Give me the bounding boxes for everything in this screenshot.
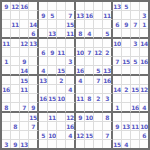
cell-r3c10-empty[interactable] bbox=[94, 29, 103, 39]
cell-r8c5-empty[interactable] bbox=[48, 76, 57, 85]
cell-r2c2-empty[interactable] bbox=[20, 20, 29, 29]
cell-r0c4-empty[interactable] bbox=[39, 2, 48, 11]
cell-r3c6-empty[interactable] bbox=[57, 29, 66, 39]
cell-r12c6-empty[interactable] bbox=[57, 113, 66, 122]
cell-r7c5-empty[interactable] bbox=[48, 66, 57, 76]
cell-r10c3-empty[interactable] bbox=[29, 94, 39, 103]
cell-r2c13-given[interactable]: 9 bbox=[122, 20, 131, 29]
cell-r14c13-empty[interactable] bbox=[122, 131, 131, 140]
cell-r3c7-given[interactable]: 11 bbox=[66, 29, 76, 39]
cell-r6c12-given[interactable]: 7 bbox=[113, 57, 122, 66]
cell-r12c11-given[interactable]: 8 bbox=[103, 113, 113, 122]
cell-r9c1-empty[interactable] bbox=[11, 85, 20, 94]
cell-r5c3-empty[interactable] bbox=[29, 48, 39, 57]
cell-r0c5-empty[interactable] bbox=[48, 2, 57, 11]
cell-r3c1-empty[interactable] bbox=[11, 29, 20, 39]
cell-r15c3-empty[interactable] bbox=[29, 140, 39, 148]
cell-r12c9-given[interactable]: 10 bbox=[85, 113, 94, 122]
cell-r0c2-given[interactable]: 16 bbox=[20, 2, 29, 11]
cell-r15c13-given[interactable]: 4 bbox=[122, 140, 131, 148]
cell-r14c14-empty[interactable] bbox=[131, 131, 140, 140]
cell-r9c15-given[interactable]: 12 bbox=[140, 85, 148, 94]
cell-r1c2-empty[interactable] bbox=[20, 11, 29, 20]
cell-r6c1-empty[interactable] bbox=[11, 57, 20, 66]
cell-r12c1-empty[interactable] bbox=[11, 113, 20, 122]
cell-r6c3-empty[interactable] bbox=[29, 57, 39, 66]
cell-r6c11-empty[interactable] bbox=[103, 57, 113, 66]
cell-r12c0-empty[interactable] bbox=[2, 113, 11, 122]
cell-r11c0-given[interactable]: 8 bbox=[2, 103, 11, 113]
cell-r1c15-given[interactable]: 3 bbox=[140, 11, 148, 20]
cell-r9c13-given[interactable]: 2 bbox=[122, 85, 131, 94]
cell-r10c2-empty[interactable] bbox=[20, 94, 29, 103]
cell-r0c0-given[interactable]: 9 bbox=[2, 2, 11, 11]
cell-r1c7-given[interactable]: 7 bbox=[66, 11, 76, 20]
cell-r4c6-empty[interactable] bbox=[57, 39, 66, 48]
cell-r8c3-empty[interactable] bbox=[29, 76, 39, 85]
cell-r4c10-empty[interactable] bbox=[94, 39, 103, 48]
cell-r15c2-given[interactable]: 13 bbox=[20, 140, 29, 148]
cell-r4c1-empty[interactable] bbox=[11, 39, 20, 48]
cell-r9c7-given[interactable]: 4 bbox=[66, 85, 76, 94]
cell-r9c14-given[interactable]: 15 bbox=[131, 85, 140, 94]
cell-r4c8-empty[interactable] bbox=[76, 39, 85, 48]
cell-r13c2-empty[interactable] bbox=[20, 122, 29, 131]
cell-r4c5-empty[interactable] bbox=[48, 39, 57, 48]
cell-r1c5-given[interactable]: 5 bbox=[48, 11, 57, 20]
cell-r14c9-given[interactable]: 15 bbox=[85, 131, 94, 140]
cell-r15c4-empty[interactable] bbox=[39, 140, 48, 148]
cell-r9c11-empty[interactable] bbox=[103, 85, 113, 94]
cell-r13c13-given[interactable]: 13 bbox=[122, 122, 131, 131]
cell-r12c13-empty[interactable] bbox=[122, 113, 131, 122]
cell-r5c1-empty[interactable] bbox=[11, 48, 20, 57]
cell-r7c9-empty[interactable] bbox=[85, 66, 94, 76]
cell-r12c14-empty[interactable] bbox=[131, 113, 140, 122]
cell-r5c6-given[interactable]: 11 bbox=[57, 48, 66, 57]
cell-r11c2-given[interactable]: 7 bbox=[20, 103, 29, 113]
cell-r2c6-empty[interactable] bbox=[57, 20, 66, 29]
cell-r13c7-given[interactable]: 16 bbox=[66, 122, 76, 131]
cell-r4c9-empty[interactable] bbox=[85, 39, 94, 48]
cell-r14c5-given[interactable]: 10 bbox=[48, 131, 57, 140]
cell-r13c1-given[interactable]: 8 bbox=[11, 122, 20, 131]
cell-r9c8-empty[interactable] bbox=[76, 85, 85, 94]
cell-r4c7-empty[interactable] bbox=[66, 39, 76, 48]
cell-r1c9-given[interactable]: 16 bbox=[85, 11, 94, 20]
cell-r14c0-empty[interactable] bbox=[2, 131, 11, 140]
cell-r12c2-empty[interactable] bbox=[20, 113, 29, 122]
cell-r2c11-empty[interactable] bbox=[103, 20, 113, 29]
cell-r5c12-empty[interactable] bbox=[113, 48, 122, 57]
cell-r15c1-given[interactable]: 9 bbox=[11, 140, 20, 148]
cell-r13c5-empty[interactable] bbox=[48, 122, 57, 131]
cell-r3c15-empty[interactable] bbox=[140, 29, 148, 39]
cell-r7c0-empty[interactable] bbox=[2, 66, 11, 76]
cell-r1c10-empty[interactable] bbox=[94, 11, 103, 20]
cell-r7c13-empty[interactable] bbox=[122, 66, 131, 76]
cell-r5c7-empty[interactable] bbox=[66, 48, 76, 57]
cell-r1c4-given[interactable]: 9 bbox=[39, 11, 48, 20]
cell-r7c10-given[interactable]: 5 bbox=[94, 66, 103, 76]
cell-r1c13-empty[interactable] bbox=[122, 11, 131, 20]
cell-r4c12-given[interactable]: 10 bbox=[113, 39, 122, 48]
cell-r11c15-given[interactable]: 4 bbox=[140, 103, 148, 113]
cell-r9c2-given[interactable]: 11 bbox=[20, 85, 29, 94]
cell-r11c7-empty[interactable] bbox=[66, 103, 76, 113]
cell-r6c2-given[interactable]: 9 bbox=[20, 57, 29, 66]
cell-r15c11-empty[interactable] bbox=[103, 140, 113, 148]
cell-r11c12-given[interactable]: 1 bbox=[113, 103, 122, 113]
cell-r5c9-given[interactable]: 7 bbox=[85, 48, 94, 57]
cell-r15c9-empty[interactable] bbox=[85, 140, 94, 148]
cell-r14c15-given[interactable]: 6 bbox=[140, 131, 148, 140]
cell-r5c4-given[interactable]: 6 bbox=[39, 48, 48, 57]
cell-r3c0-empty[interactable] bbox=[2, 29, 11, 39]
cell-r13c9-empty[interactable] bbox=[85, 122, 94, 131]
cell-r13c14-given[interactable]: 11 bbox=[131, 122, 140, 131]
cell-r3c8-given[interactable]: 8 bbox=[76, 29, 85, 39]
cell-r8c11-given[interactable]: 16 bbox=[103, 76, 113, 85]
cell-r9c0-given[interactable]: 16 bbox=[2, 85, 11, 94]
cell-r2c4-empty[interactable] bbox=[39, 20, 48, 29]
cell-r7c1-empty[interactable] bbox=[11, 66, 20, 76]
cell-r8c12-empty[interactable] bbox=[113, 76, 122, 85]
cell-r11c5-empty[interactable] bbox=[48, 103, 57, 113]
cell-r4c13-empty[interactable] bbox=[122, 39, 131, 48]
cell-r11c13-empty[interactable] bbox=[122, 103, 131, 113]
cell-r7c15-empty[interactable] bbox=[140, 66, 148, 76]
cell-r15c7-empty[interactable] bbox=[66, 140, 76, 148]
cell-r4c2-given[interactable]: 12 bbox=[20, 39, 29, 48]
cell-r11c14-given[interactable]: 16 bbox=[131, 103, 140, 113]
cell-r14c11-given[interactable]: 7 bbox=[103, 131, 113, 140]
cell-r6c14-given[interactable]: 5 bbox=[131, 57, 140, 66]
cell-r0c7-empty[interactable] bbox=[66, 2, 76, 11]
cell-r8c14-empty[interactable] bbox=[131, 76, 140, 85]
cell-r8c13-empty[interactable] bbox=[122, 76, 131, 85]
cell-r6c13-given[interactable]: 15 bbox=[122, 57, 131, 66]
cell-r13c12-given[interactable]: 9 bbox=[113, 122, 122, 131]
cell-r13c8-empty[interactable] bbox=[76, 122, 85, 131]
cell-r10c8-given[interactable]: 11 bbox=[76, 94, 85, 103]
cell-r9c5-empty[interactable] bbox=[48, 85, 57, 94]
cell-r8c2-given[interactable]: 15 bbox=[20, 76, 29, 85]
cell-r12c5-given[interactable]: 11 bbox=[48, 113, 57, 122]
cell-r8c10-given[interactable]: 7 bbox=[94, 76, 103, 85]
cell-r3c3-given[interactable]: 6 bbox=[29, 29, 39, 39]
cell-r14c2-empty[interactable] bbox=[20, 131, 29, 140]
cell-r14c4-given[interactable]: 5 bbox=[39, 131, 48, 140]
cell-r8c6-given[interactable]: 2 bbox=[57, 76, 66, 85]
cell-r2c14-given[interactable]: 7 bbox=[131, 20, 140, 29]
cell-r15c8-empty[interactable] bbox=[76, 140, 85, 148]
cell-r5c0-empty[interactable] bbox=[2, 48, 11, 57]
cell-r0c3-empty[interactable] bbox=[29, 2, 39, 11]
cell-r12c15-empty[interactable] bbox=[140, 113, 148, 122]
cell-r8c8-given[interactable]: 4 bbox=[76, 76, 85, 85]
cell-r15c12-given[interactable]: 15 bbox=[113, 140, 122, 148]
cell-r3c13-empty[interactable] bbox=[122, 29, 131, 39]
cell-r7c8-given[interactable]: 16 bbox=[76, 66, 85, 76]
cell-r4c15-given[interactable]: 14 bbox=[140, 39, 148, 48]
cell-r10c10-given[interactable]: 2 bbox=[94, 94, 103, 103]
cell-r10c11-given[interactable]: 3 bbox=[103, 94, 113, 103]
cell-r13c4-empty[interactable] bbox=[39, 122, 48, 131]
cell-r1c14-empty[interactable] bbox=[131, 11, 140, 20]
cell-r8c1-empty[interactable] bbox=[11, 76, 20, 85]
cell-r1c12-empty[interactable] bbox=[113, 11, 122, 20]
cell-r9c9-empty[interactable] bbox=[85, 85, 94, 94]
cell-r10c1-empty[interactable] bbox=[11, 94, 20, 103]
cell-r7c3-empty[interactable] bbox=[29, 66, 39, 76]
cell-r6c0-given[interactable]: 1 bbox=[2, 57, 11, 66]
cell-r13c3-given[interactable]: 7 bbox=[29, 122, 39, 131]
cell-r6c15-given[interactable]: 16 bbox=[140, 57, 148, 66]
cell-r6c6-empty[interactable] bbox=[57, 57, 66, 66]
cell-r4c14-given[interactable]: 3 bbox=[131, 39, 140, 48]
cell-r11c11-empty[interactable] bbox=[103, 103, 113, 113]
cell-r14c8-given[interactable]: 12 bbox=[76, 131, 85, 140]
cell-r15c6-empty[interactable] bbox=[57, 140, 66, 148]
cell-r11c8-empty[interactable] bbox=[76, 103, 85, 113]
cell-r8c15-empty[interactable] bbox=[140, 76, 148, 85]
cell-r8c9-empty[interactable] bbox=[85, 76, 94, 85]
cell-r0c13-given[interactable]: 5 bbox=[122, 2, 131, 11]
cell-r2c3-given[interactable]: 14 bbox=[29, 20, 39, 29]
cell-r14c6-empty[interactable] bbox=[57, 131, 66, 140]
cell-r11c4-empty[interactable] bbox=[39, 103, 48, 113]
cell-r13c6-empty[interactable] bbox=[57, 122, 66, 131]
cell-r2c12-given[interactable]: 6 bbox=[113, 20, 122, 29]
cell-r1c1-empty[interactable] bbox=[11, 11, 20, 20]
cell-r0c1-given[interactable]: 12 bbox=[11, 2, 20, 11]
cell-r5c10-given[interactable]: 12 bbox=[94, 48, 103, 57]
cell-r8c4-given[interactable]: 13 bbox=[39, 76, 48, 85]
cell-r0c14-empty[interactable] bbox=[131, 2, 140, 11]
cell-r0c9-empty[interactable] bbox=[85, 2, 94, 11]
cell-r0c11-empty[interactable] bbox=[103, 2, 113, 11]
cell-r0c10-empty[interactable] bbox=[94, 2, 103, 11]
cell-r6c8-empty[interactable] bbox=[76, 57, 85, 66]
cell-r11c1-empty[interactable] bbox=[11, 103, 20, 113]
cell-r15c5-empty[interactable] bbox=[48, 140, 57, 148]
cell-r13c0-empty[interactable] bbox=[2, 122, 11, 131]
cell-r1c6-empty[interactable] bbox=[57, 11, 66, 20]
cell-r7c11-given[interactable]: 13 bbox=[103, 66, 113, 76]
cell-r13c15-given[interactable]: 10 bbox=[140, 122, 148, 131]
cell-r2c7-given[interactable]: 15 bbox=[66, 20, 76, 29]
cell-r8c0-empty[interactable] bbox=[2, 76, 11, 85]
cell-r7c6-given[interactable]: 15 bbox=[57, 66, 66, 76]
cell-r2c9-empty[interactable] bbox=[85, 20, 94, 29]
cell-r12c3-given[interactable]: 15 bbox=[29, 113, 39, 122]
cell-r11c6-empty[interactable] bbox=[57, 103, 66, 113]
cell-r4c0-given[interactable]: 11 bbox=[2, 39, 11, 48]
cell-r15c10-empty[interactable] bbox=[94, 140, 103, 148]
cell-r6c5-empty[interactable] bbox=[48, 57, 57, 66]
cell-r3c5-given[interactable]: 13 bbox=[48, 29, 57, 39]
cell-r0c15-empty[interactable] bbox=[140, 2, 148, 11]
cell-r2c0-empty[interactable] bbox=[2, 20, 11, 29]
cell-r10c12-empty[interactable] bbox=[113, 94, 122, 103]
cell-r6c4-empty[interactable] bbox=[39, 57, 48, 66]
cell-r9c4-empty[interactable] bbox=[39, 85, 48, 94]
cell-r12c12-empty[interactable] bbox=[113, 113, 122, 122]
cell-r7c14-empty[interactable] bbox=[131, 66, 140, 76]
cell-r5c13-empty[interactable] bbox=[122, 48, 131, 57]
sudoku-board: 9121613595713161131114156971613118451112… bbox=[0, 0, 150, 150]
cell-r4c3-given[interactable]: 13 bbox=[29, 39, 39, 48]
cell-r5c11-given[interactable]: 2 bbox=[103, 48, 113, 57]
cell-r12c10-empty[interactable] bbox=[94, 113, 103, 122]
cell-r0c8-empty[interactable] bbox=[76, 2, 85, 11]
cell-r10c14-empty[interactable] bbox=[131, 94, 140, 103]
cell-r2c5-empty[interactable] bbox=[48, 20, 57, 29]
cell-r2c15-given[interactable]: 1 bbox=[140, 20, 148, 29]
cell-r10c0-empty[interactable] bbox=[2, 94, 11, 103]
cell-r15c14-empty[interactable] bbox=[131, 140, 140, 148]
cell-r7c7-empty[interactable] bbox=[66, 66, 76, 76]
cell-r0c12-given[interactable]: 13 bbox=[113, 2, 122, 11]
cell-r3c11-given[interactable]: 5 bbox=[103, 29, 113, 39]
cell-r5c14-empty[interactable] bbox=[131, 48, 140, 57]
cell-r1c11-given[interactable]: 11 bbox=[103, 11, 113, 20]
cell-r3c14-empty[interactable] bbox=[131, 29, 140, 39]
cell-r14c1-empty[interactable] bbox=[11, 131, 20, 140]
cell-r7c2-given[interactable]: 14 bbox=[20, 66, 29, 76]
cell-r10c15-empty[interactable] bbox=[140, 94, 148, 103]
cell-r4c11-empty[interactable] bbox=[103, 39, 113, 48]
cell-r13c10-empty[interactable] bbox=[94, 122, 103, 131]
cell-r11c3-given[interactable]: 9 bbox=[29, 103, 39, 113]
cell-r3c4-empty[interactable] bbox=[39, 29, 48, 39]
cell-r9c10-empty[interactable] bbox=[94, 85, 103, 94]
cell-r14c10-empty[interactable] bbox=[94, 131, 103, 140]
cell-r3c2-empty[interactable] bbox=[20, 29, 29, 39]
cell-r11c9-empty[interactable] bbox=[85, 103, 94, 113]
cell-r2c1-given[interactable]: 11 bbox=[11, 20, 20, 29]
cell-r14c3-empty[interactable] bbox=[29, 131, 39, 140]
cell-r14c12-empty[interactable] bbox=[113, 131, 122, 140]
cell-r6c9-empty[interactable] bbox=[85, 57, 94, 66]
cell-r12c8-given[interactable]: 9 bbox=[76, 113, 85, 122]
cell-r8c7-empty[interactable] bbox=[66, 76, 76, 85]
cell-r10c13-empty[interactable] bbox=[122, 94, 131, 103]
cell-r10c5-given[interactable]: 15 bbox=[48, 94, 57, 103]
cell-r5c15-empty[interactable] bbox=[140, 48, 148, 57]
cell-r5c8-given[interactable]: 10 bbox=[76, 48, 85, 57]
cell-r1c3-empty[interactable] bbox=[29, 11, 39, 20]
cell-r15c0-given[interactable]: 3 bbox=[2, 140, 11, 148]
cell-r12c7-given[interactable]: 12 bbox=[66, 113, 76, 122]
cell-r6c7-given[interactable]: 3 bbox=[66, 57, 76, 66]
cell-r3c12-empty[interactable] bbox=[113, 29, 122, 39]
cell-r2c8-empty[interactable] bbox=[76, 20, 85, 29]
cell-r0c6-empty[interactable] bbox=[57, 2, 66, 11]
cell-r15c15-empty[interactable] bbox=[140, 140, 148, 148]
cell-r9c3-empty[interactable] bbox=[29, 85, 39, 94]
cell-r5c2-empty[interactable] bbox=[20, 48, 29, 57]
cell-r13c11-empty[interactable] bbox=[103, 122, 113, 131]
cell-r2c10-empty[interactable] bbox=[94, 20, 103, 29]
cell-r10c4-given[interactable]: 16 bbox=[39, 94, 48, 103]
cell-r10c7-empty[interactable] bbox=[66, 94, 76, 103]
cell-r1c0-empty[interactable] bbox=[2, 11, 11, 20]
cell-r11c10-empty[interactable] bbox=[94, 103, 103, 113]
cell-r1c8-given[interactable]: 13 bbox=[76, 11, 85, 20]
cell-r9c6-empty[interactable] bbox=[57, 85, 66, 94]
cell-r14c7-given[interactable]: 4 bbox=[66, 131, 76, 140]
cell-r4c4-empty[interactable] bbox=[39, 39, 48, 48]
cell-r5c5-given[interactable]: 9 bbox=[48, 48, 57, 57]
cell-r6c10-empty[interactable] bbox=[94, 57, 103, 66]
cell-r7c12-empty[interactable] bbox=[113, 66, 122, 76]
cell-r9c12-given[interactable]: 14 bbox=[113, 85, 122, 94]
cell-r10c6-given[interactable]: 10 bbox=[57, 94, 66, 103]
cell-r12c4-empty[interactable] bbox=[39, 113, 48, 122]
cell-r10c9-given[interactable]: 8 bbox=[85, 94, 94, 103]
cell-r3c9-given[interactable]: 4 bbox=[85, 29, 94, 39]
cell-r7c4-given[interactable]: 4 bbox=[39, 66, 48, 76]
